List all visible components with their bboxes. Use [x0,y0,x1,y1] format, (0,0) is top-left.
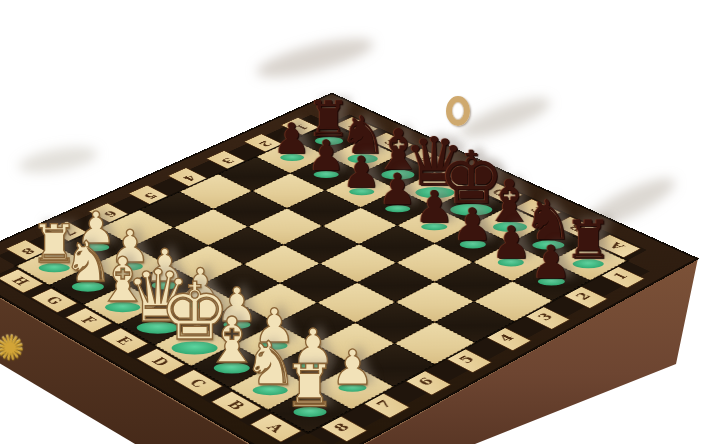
piece-black-pawn[interactable]: ♟ [415,185,454,229]
piece-white-pawn[interactable]: ♟ [331,343,374,391]
ring-handle-icon [446,96,470,126]
piece-black-pawn[interactable]: ♟ [378,168,417,211]
black-pawn-glyph: ♟ [415,185,454,229]
black-pawn-glyph: ♟ [452,202,492,247]
piece-black-pawn[interactable]: ♟ [452,202,492,247]
piece-black-pawn[interactable]: ♟ [307,135,345,177]
piece-black-pawn[interactable]: ♟ [530,239,571,285]
chess-set-photo: HGFEDCBA HGFEDCBA 12345678 12345678 ✺ ♜♞… [0,0,720,444]
black-pawn-glyph: ♟ [342,151,381,194]
black-pawn-glyph: ♟ [273,118,311,160]
white-pawn-glyph: ♟ [331,343,374,391]
piece-white-rook[interactable]: ♜ [284,357,336,415]
black-pawn-glyph: ♟ [491,221,531,266]
piece-black-pawn[interactable]: ♟ [491,221,531,266]
white-rook-glyph: ♜ [284,357,336,415]
black-pawn-glyph: ♟ [307,135,345,177]
black-pawn-glyph: ♟ [530,239,571,285]
black-pawn-glyph: ♟ [378,168,417,211]
piece-black-pawn[interactable]: ♟ [342,151,381,194]
piece-black-pawn[interactable]: ♟ [273,118,311,160]
